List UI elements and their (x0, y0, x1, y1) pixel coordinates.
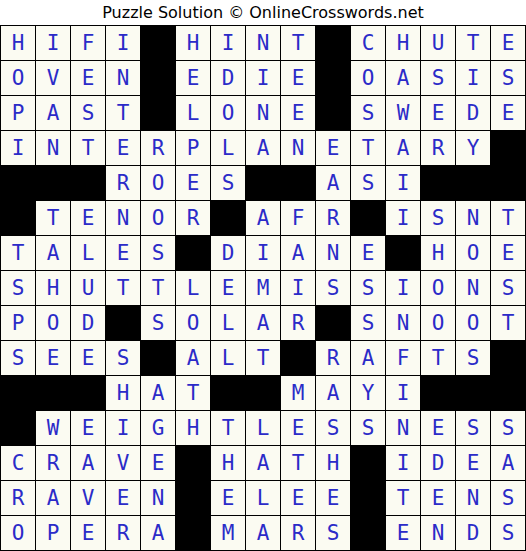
letter-cell: R (36, 446, 70, 480)
block-cell (1, 376, 35, 410)
letter-cell: M (211, 516, 245, 550)
letter-cell: S (141, 236, 175, 270)
block-cell (36, 166, 70, 200)
letter-cell: N (456, 271, 490, 305)
letter-cell: D (456, 96, 490, 130)
letter-cell: H (106, 376, 140, 410)
letter-cell: A (316, 376, 350, 410)
letter-cell: E (71, 201, 105, 235)
letter-cell: E (316, 131, 350, 165)
letter-cell: O (176, 306, 210, 340)
block-cell (141, 96, 175, 130)
letter-cell: S (141, 306, 175, 340)
letter-cell: O (456, 306, 490, 340)
letter-cell: H (316, 446, 350, 480)
letter-cell: R (141, 131, 175, 165)
letter-cell: E (456, 446, 490, 480)
letter-cell: L (246, 411, 280, 445)
letter-cell: A (316, 166, 350, 200)
letter-cell: A (246, 446, 280, 480)
letter-cell: L (211, 306, 245, 340)
letter-cell: T (246, 341, 280, 375)
letter-cell: T (211, 411, 245, 445)
block-cell (281, 341, 315, 375)
block-cell (141, 26, 175, 60)
block-cell (351, 201, 385, 235)
letter-cell: T (386, 481, 420, 515)
letter-cell: E (351, 236, 385, 270)
letter-cell: D (456, 516, 490, 550)
letter-cell: E (176, 166, 210, 200)
letter-cell: I (386, 201, 420, 235)
letter-cell: E (281, 96, 315, 130)
letter-cell: A (386, 131, 420, 165)
letter-cell: N (281, 131, 315, 165)
letter-cell: S (421, 201, 455, 235)
letter-cell: R (281, 516, 315, 550)
letter-cell: A (141, 376, 175, 410)
letter-cell: V (71, 481, 105, 515)
letter-cell: S (106, 341, 140, 375)
letter-cell: D (211, 236, 245, 270)
letter-cell: A (246, 306, 280, 340)
letter-cell: I (211, 26, 245, 60)
block-cell (316, 96, 350, 130)
letter-cell: L (71, 236, 105, 270)
letter-cell: S (351, 166, 385, 200)
letter-cell: A (386, 61, 420, 95)
puzzle-solution-page: Puzzle Solution © OnlineCrosswords.net H… (0, 0, 526, 551)
letter-cell: E (316, 481, 350, 515)
block-cell (176, 446, 210, 480)
letter-cell: E (421, 96, 455, 130)
letter-cell: A (36, 236, 70, 270)
letter-cell: S (316, 516, 350, 550)
block-cell (71, 166, 105, 200)
letter-cell: H (36, 271, 70, 305)
letter-cell: R (421, 131, 455, 165)
letter-cell: N (316, 236, 350, 270)
letter-cell: G (141, 411, 175, 445)
letter-cell: N (386, 411, 420, 445)
letter-cell: P (1, 96, 35, 130)
letter-cell: T (351, 131, 385, 165)
letter-cell: E (106, 481, 140, 515)
block-cell (491, 341, 525, 375)
letter-cell: I (1, 131, 35, 165)
letter-cell: A (246, 131, 280, 165)
letter-cell: V (106, 446, 140, 480)
block-cell (211, 376, 245, 410)
letter-cell: O (421, 271, 455, 305)
letter-cell: E (176, 61, 210, 95)
letter-cell: T (456, 26, 490, 60)
letter-cell: N (106, 61, 140, 95)
letter-cell: I (246, 236, 280, 270)
letter-cell: I (106, 26, 140, 60)
letter-cell: N (141, 481, 175, 515)
letter-cell: L (176, 96, 210, 130)
letter-cell: C (351, 26, 385, 60)
block-cell (141, 341, 175, 375)
letter-cell: S (351, 411, 385, 445)
letter-cell: E (281, 61, 315, 95)
letter-cell: S (491, 481, 525, 515)
letter-cell: E (491, 236, 525, 270)
letter-cell: T (141, 271, 175, 305)
letter-cell: V (36, 61, 70, 95)
block-cell (1, 411, 35, 445)
letter-cell: R (281, 306, 315, 340)
letter-cell: S (421, 61, 455, 95)
letter-cell: F (71, 26, 105, 60)
letter-cell: O (421, 306, 455, 340)
letter-cell: I (386, 166, 420, 200)
block-cell (1, 201, 35, 235)
letter-cell: E (71, 516, 105, 550)
block-cell (211, 201, 245, 235)
block-cell (281, 166, 315, 200)
letter-cell: T (1, 236, 35, 270)
block-cell (176, 481, 210, 515)
letter-cell: T (36, 201, 70, 235)
letter-cell: T (71, 131, 105, 165)
letter-cell: N (456, 481, 490, 515)
letter-cell: H (176, 411, 210, 445)
block-cell (456, 376, 490, 410)
letter-cell: L (211, 131, 245, 165)
block-cell (106, 306, 140, 340)
letter-cell: E (211, 481, 245, 515)
block-cell (351, 446, 385, 480)
letter-cell: D (421, 446, 455, 480)
letter-cell: W (36, 411, 70, 445)
letter-cell: E (491, 96, 525, 130)
letter-cell: E (421, 481, 455, 515)
letter-cell: E (106, 131, 140, 165)
letter-cell: I (386, 376, 420, 410)
letter-cell: O (1, 61, 35, 95)
letter-cell: E (71, 411, 105, 445)
letter-cell: P (36, 516, 70, 550)
letter-cell: H (211, 446, 245, 480)
letter-cell: E (211, 271, 245, 305)
letter-cell: A (141, 516, 175, 550)
letter-cell: O (211, 96, 245, 130)
letter-cell: A (36, 96, 70, 130)
block-cell (351, 516, 385, 550)
block-cell (316, 26, 350, 60)
letter-cell: S (456, 341, 490, 375)
letter-cell: E (281, 481, 315, 515)
letter-cell: H (386, 26, 420, 60)
block-cell (491, 166, 525, 200)
letter-cell: N (36, 131, 70, 165)
block-cell (71, 376, 105, 410)
block-cell (491, 131, 525, 165)
block-cell (491, 376, 525, 410)
letter-cell: S (211, 166, 245, 200)
letter-cell: E (71, 61, 105, 95)
letter-cell: A (246, 516, 280, 550)
letter-cell: S (1, 341, 35, 375)
block-cell (421, 376, 455, 410)
letter-cell: D (71, 306, 105, 340)
letter-cell: I (36, 26, 70, 60)
letter-cell: T (106, 271, 140, 305)
letter-cell: I (281, 271, 315, 305)
block-cell (246, 166, 280, 200)
block-cell (456, 166, 490, 200)
letter-cell: N (386, 306, 420, 340)
letter-cell: N (246, 26, 280, 60)
letter-cell: D (211, 61, 245, 95)
letter-cell: T (281, 446, 315, 480)
letter-cell: O (36, 306, 70, 340)
letter-cell: A (176, 341, 210, 375)
letter-cell: U (71, 271, 105, 305)
letter-cell: P (1, 306, 35, 340)
letter-cell: E (281, 411, 315, 445)
letter-cell: N (106, 201, 140, 235)
letter-cell: P (176, 131, 210, 165)
letter-cell: O (456, 236, 490, 270)
block-cell (1, 166, 35, 200)
letter-cell: M (281, 376, 315, 410)
letter-cell: A (491, 446, 525, 480)
letter-cell: N (456, 201, 490, 235)
letter-cell: S (71, 96, 105, 130)
letter-cell: T (491, 201, 525, 235)
letter-cell: E (106, 236, 140, 270)
letter-cell: L (246, 481, 280, 515)
letter-cell: I (386, 446, 420, 480)
letter-cell: R (316, 201, 350, 235)
letter-cell: S (491, 516, 525, 550)
block-cell (246, 376, 280, 410)
letter-cell: F (281, 201, 315, 235)
letter-cell: T (281, 26, 315, 60)
page-title: Puzzle Solution © OnlineCrosswords.net (0, 0, 526, 25)
letter-cell: S (456, 411, 490, 445)
block-cell (386, 236, 420, 270)
letter-cell: N (246, 96, 280, 130)
letter-cell: L (176, 271, 210, 305)
letter-cell: S (491, 271, 525, 305)
letter-cell: O (1, 516, 35, 550)
letter-cell: W (386, 96, 420, 130)
letter-cell: I (246, 61, 280, 95)
block-cell (351, 481, 385, 515)
letter-cell: M (246, 271, 280, 305)
letter-cell: L (211, 341, 245, 375)
letter-cell: O (351, 61, 385, 95)
crossword-grid: HIFIHINTCHUTEOVENEDIEOASISPASTLONESWEDEI… (0, 25, 526, 551)
letter-cell: A (36, 481, 70, 515)
letter-cell: E (71, 341, 105, 375)
letter-cell: S (491, 411, 525, 445)
letter-cell: F (386, 341, 420, 375)
block-cell (36, 376, 70, 410)
letter-cell: R (176, 201, 210, 235)
letter-cell: S (316, 411, 350, 445)
letter-cell: T (421, 341, 455, 375)
letter-cell: A (351, 341, 385, 375)
letter-cell: O (141, 201, 175, 235)
letter-cell: R (316, 341, 350, 375)
letter-cell: E (36, 341, 70, 375)
block-cell (176, 236, 210, 270)
letter-cell: S (316, 271, 350, 305)
letter-cell: T (176, 376, 210, 410)
letter-cell: E (421, 411, 455, 445)
letter-cell: Y (351, 376, 385, 410)
letter-cell: H (421, 236, 455, 270)
block-cell (316, 61, 350, 95)
letter-cell: T (106, 96, 140, 130)
letter-cell: S (491, 61, 525, 95)
letter-cell: A (246, 201, 280, 235)
block-cell (316, 306, 350, 340)
letter-cell: R (106, 516, 140, 550)
letter-cell: A (281, 236, 315, 270)
block-cell (421, 166, 455, 200)
block-cell (176, 516, 210, 550)
letter-cell: S (351, 96, 385, 130)
block-cell (141, 61, 175, 95)
letter-cell: Y (456, 131, 490, 165)
letter-cell: E (491, 26, 525, 60)
letter-cell: N (421, 516, 455, 550)
letter-cell: H (176, 26, 210, 60)
letter-cell: I (456, 61, 490, 95)
letter-cell: H (1, 26, 35, 60)
letter-cell: I (106, 411, 140, 445)
letter-cell: S (351, 306, 385, 340)
letter-cell: O (141, 166, 175, 200)
letter-cell: S (1, 271, 35, 305)
letter-cell: S (351, 271, 385, 305)
letter-cell: A (71, 446, 105, 480)
letter-cell: R (1, 481, 35, 515)
letter-cell: T (491, 306, 525, 340)
letter-cell: R (106, 166, 140, 200)
letter-cell: C (1, 446, 35, 480)
letter-cell: I (386, 271, 420, 305)
letter-cell: E (141, 446, 175, 480)
letter-cell: E (386, 516, 420, 550)
letter-cell: U (421, 26, 455, 60)
